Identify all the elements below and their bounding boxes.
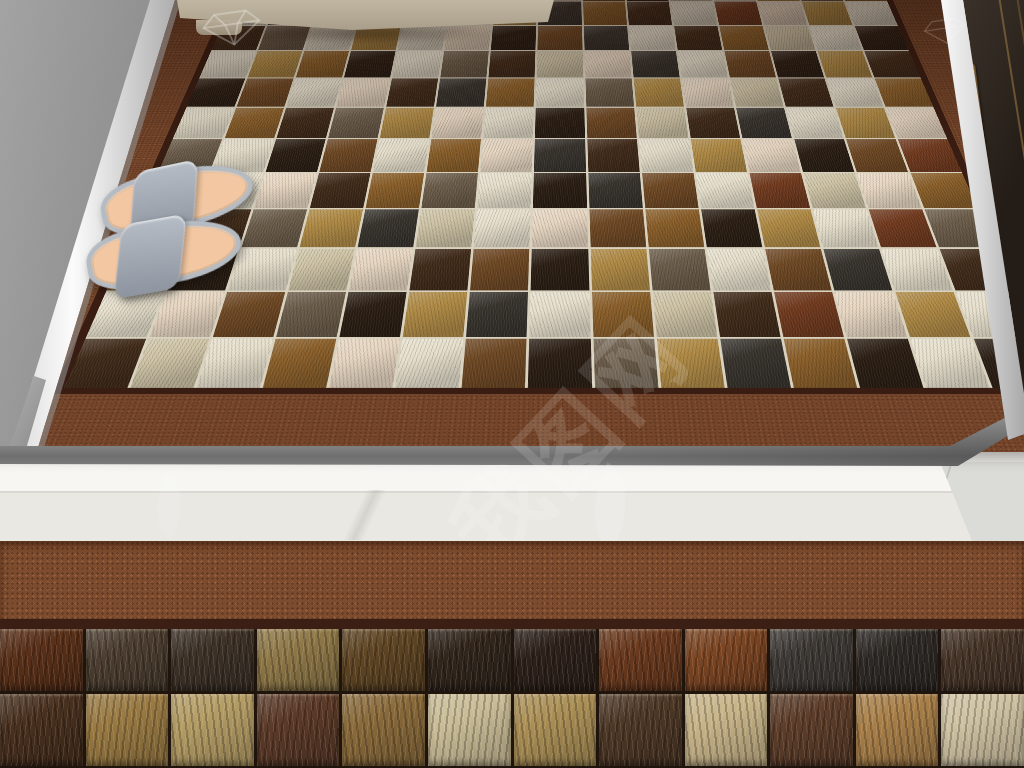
closeup-patch-cell [342,629,425,691]
rug-closeup-section [0,541,1024,768]
closeup-patch-cell [514,694,597,766]
closeup-patch-cell [86,629,169,691]
closeup-patch-cell [257,629,340,691]
closeup-patch-grid [0,629,1024,768]
bench-foot [196,20,242,35]
closeup-patch-cell [86,694,169,766]
closeup-patch-cell [941,629,1024,691]
entryway-scene: 我图网 [0,0,1024,541]
closeup-suede-border [0,541,1024,629]
closeup-patch-cell [941,694,1024,766]
closeup-patch-cell [428,629,511,691]
cabinet-panel-seam [1016,0,1024,411]
closeup-patch-cell [428,694,511,766]
closeup-patch-cell [856,629,939,691]
mockup-image: 我图网 [0,0,1024,768]
closeup-patch-cell [0,629,83,691]
closeup-patch-cell [257,694,340,766]
closeup-patch-cell [599,629,682,691]
closeup-patch-cell [770,629,853,691]
closeup-patch-cell [171,694,254,766]
closeup-patch-cell [856,694,939,766]
closeup-patch-cell [685,694,768,766]
closeup-patch-cell [171,629,254,691]
closeup-patch-cell [770,694,853,766]
closeup-patch-cell [599,694,682,766]
closeup-patch-cell [342,694,425,766]
closeup-patch-cell [0,694,83,766]
closeup-patch-cell [514,629,597,691]
closeup-patch-cell [685,629,768,691]
